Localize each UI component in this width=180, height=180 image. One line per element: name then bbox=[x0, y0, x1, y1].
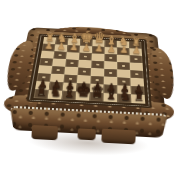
black-bishop[interactable]: ♝ bbox=[104, 87, 117, 102]
black-queen[interactable]: ♛ bbox=[89, 84, 104, 101]
board-tilt-wrapper: ♜♞♝♚♛♝♞♜♟♟♟♟♟♟♟♟♟♟♟♟♟♟♟♟♜♞♝♚♛♝♞♜ bbox=[12, 27, 166, 117]
center-foot bbox=[77, 128, 96, 140]
square-h2[interactable]: ♟ bbox=[42, 44, 56, 52]
white-pawn[interactable]: ♟ bbox=[94, 43, 103, 53]
square-b2[interactable]: ♟ bbox=[117, 48, 130, 56]
square-f8[interactable]: ♝ bbox=[62, 91, 77, 100]
square-a8[interactable]: ♜ bbox=[131, 94, 145, 103]
square-d4[interactable] bbox=[91, 61, 104, 69]
square-e2[interactable]: ♟ bbox=[79, 46, 92, 54]
chess-set: ♜♞♝♚♛♝♞♜♟♟♟♟♟♟♟♟♟♟♟♟♟♟♟♟♜♞♝♚♛♝♞♜ bbox=[0, 0, 180, 180]
square-h8[interactable]: ♜ bbox=[34, 89, 49, 98]
square-f2[interactable]: ♟ bbox=[67, 45, 80, 53]
square-g8[interactable]: ♞ bbox=[48, 90, 63, 99]
carved-frame: ♜♞♝♚♛♝♞♜♟♟♟♟♟♟♟♟♟♟♟♟♟♟♟♟♜♞♝♚♛♝♞♜ bbox=[12, 27, 166, 117]
right-wing-carving bbox=[149, 47, 177, 99]
white-pawn[interactable]: ♟ bbox=[81, 43, 90, 53]
white-pawn[interactable]: ♟ bbox=[69, 42, 78, 52]
white-pawn[interactable]: ♟ bbox=[131, 45, 140, 55]
square-h4[interactable] bbox=[39, 58, 53, 66]
white-pawn[interactable]: ♟ bbox=[119, 45, 128, 55]
black-knight[interactable]: ♞ bbox=[49, 85, 61, 98]
black-king[interactable]: ♚ bbox=[75, 82, 91, 100]
black-rook[interactable]: ♜ bbox=[35, 86, 46, 98]
square-b8[interactable]: ♞ bbox=[117, 94, 131, 103]
square-d8[interactable]: ♛ bbox=[89, 92, 103, 101]
square-c4[interactable] bbox=[104, 61, 117, 69]
white-pawn[interactable]: ♟ bbox=[44, 41, 53, 51]
left-foot bbox=[31, 125, 58, 140]
black-bishop[interactable]: ♝ bbox=[62, 85, 75, 100]
white-pawn[interactable]: ♟ bbox=[106, 44, 115, 54]
square-a2[interactable]: ♟ bbox=[129, 48, 142, 56]
square-c2[interactable]: ♟ bbox=[104, 47, 117, 55]
black-knight[interactable]: ♞ bbox=[119, 89, 131, 102]
product-photo: ♜♞♝♚♛♝♞♜♟♟♟♟♟♟♟♟♟♟♟♟♟♟♟♟♜♞♝♚♛♝♞♜ bbox=[0, 0, 180, 180]
square-g2[interactable]: ♟ bbox=[54, 44, 67, 52]
right-foot bbox=[101, 129, 136, 145]
square-d2[interactable]: ♟ bbox=[92, 46, 105, 54]
square-c8[interactable]: ♝ bbox=[103, 93, 117, 102]
square-e8[interactable]: ♚ bbox=[75, 91, 89, 100]
playing-field: ♜♞♝♚♛♝♞♜♟♟♟♟♟♟♟♟♟♟♟♟♟♟♟♟♜♞♝♚♛♝♞♜ bbox=[34, 37, 146, 104]
black-rook[interactable]: ♜ bbox=[133, 91, 144, 103]
square-g4[interactable] bbox=[52, 59, 66, 67]
white-pawn[interactable]: ♟ bbox=[56, 41, 65, 51]
